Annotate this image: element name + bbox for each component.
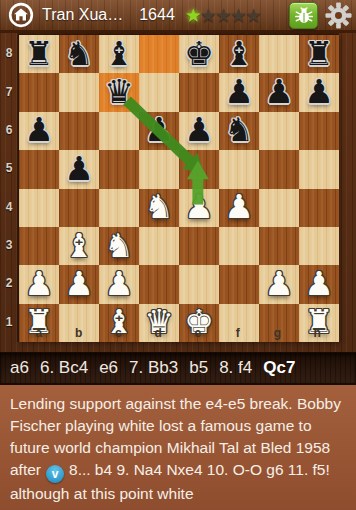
move-item[interactable]: 8. f4	[219, 358, 252, 378]
piece-black-knight: ♞	[224, 113, 254, 146]
piece-white-pawn: ♟	[264, 267, 294, 300]
square-g3[interactable]	[259, 227, 299, 265]
piece-black-pawn: ♟	[304, 75, 334, 108]
top-bar: Tran Xua… 1644 ★★★★★	[0, 0, 356, 30]
piece-white-pawn: ♟	[184, 190, 214, 223]
square-c6[interactable]	[99, 112, 139, 150]
file-label-h: h	[297, 327, 337, 340]
square-e4[interactable]: ♟	[179, 189, 219, 227]
piece-black-king: ♚	[184, 37, 214, 70]
square-h7[interactable]: ♟	[299, 73, 339, 111]
chess-board[interactable]: ♜♞♝♚♝♜♛♟♟♟♟♟♟♞♟♞♟♟♝♞♟♟♟♟♟♜♝♛♚♜abcdefgh	[18, 34, 338, 341]
player-rating: 1644	[139, 6, 175, 24]
square-g4[interactable]	[259, 189, 299, 227]
piece-black-pawn: ♟	[224, 75, 254, 108]
gear-icon	[325, 2, 352, 29]
square-b5[interactable]: ♟	[59, 150, 99, 188]
square-f3[interactable]	[219, 227, 259, 265]
move-list-bar[interactable]: a66. Bc4e67. Bb3b58. f4Qc7	[0, 352, 356, 385]
rank-label-4: 4	[0, 200, 18, 214]
square-a6[interactable]: ♟	[19, 112, 59, 150]
square-h4[interactable]	[299, 189, 339, 227]
piece-black-pawn: ♟	[144, 113, 174, 146]
square-b3[interactable]: ♝	[59, 227, 99, 265]
square-h2[interactable]: ♟	[299, 265, 339, 303]
rank-label-1: 1	[0, 315, 18, 329]
square-c8[interactable]: ♝	[99, 35, 139, 73]
square-b6[interactable]	[59, 112, 99, 150]
piece-black-queen: ♛	[104, 75, 134, 108]
star-empty-icon: ★	[200, 4, 215, 26]
difficulty-stars[interactable]: ★★★★★	[185, 6, 260, 25]
square-d4[interactable]: ♞	[139, 189, 179, 227]
piece-black-pawn: ♟	[264, 75, 294, 108]
rank-label-6: 6	[0, 123, 18, 137]
square-g2[interactable]: ♟	[259, 265, 299, 303]
file-label-g: g	[258, 327, 298, 340]
file-labels: abcdefgh	[19, 327, 337, 340]
square-a7[interactable]	[19, 73, 59, 111]
rank-labels: 87654321	[0, 34, 18, 341]
piece-white-pawn: ♟	[224, 190, 254, 223]
square-d2[interactable]	[139, 265, 179, 303]
rank-label-5: 5	[0, 161, 18, 175]
star-empty-icon: ★	[245, 4, 260, 26]
square-f8[interactable]: ♝	[219, 35, 259, 73]
square-e7[interactable]	[179, 73, 219, 111]
piece-black-pawn: ♟	[24, 113, 54, 146]
home-icon[interactable]	[8, 2, 34, 28]
square-f7[interactable]: ♟	[219, 73, 259, 111]
square-c7[interactable]: ♛	[99, 73, 139, 111]
piece-black-pawn: ♟	[184, 113, 214, 146]
piece-white-pawn: ♟	[24, 267, 54, 300]
analysis-bug-button[interactable]	[289, 2, 318, 29]
file-label-f: f	[218, 327, 258, 340]
rank-label-7: 7	[0, 85, 18, 99]
move-item[interactable]: a6	[10, 358, 29, 378]
square-a5[interactable]	[19, 150, 59, 188]
piece-white-knight: ♞	[144, 190, 174, 223]
square-f4[interactable]: ♟	[219, 189, 259, 227]
move-item[interactable]: 6. Bc4	[40, 358, 88, 378]
square-a4[interactable]	[19, 189, 59, 227]
file-label-c: c	[99, 327, 139, 340]
square-e6[interactable]: ♟	[179, 112, 219, 150]
settings-button[interactable]	[324, 1, 352, 29]
square-a2[interactable]: ♟	[19, 265, 59, 303]
piece-black-knight: ♞	[64, 37, 94, 70]
star-filled-icon: ★	[185, 4, 200, 26]
square-c2[interactable]: ♟	[99, 265, 139, 303]
square-g6[interactable]	[259, 112, 299, 150]
square-h6[interactable]	[299, 112, 339, 150]
square-d8[interactable]	[139, 35, 179, 73]
square-f6[interactable]: ♞	[219, 112, 259, 150]
piece-white-knight: ♞	[104, 229, 134, 262]
star-empty-icon: ★	[230, 4, 245, 26]
square-e5[interactable]	[179, 150, 219, 188]
square-d5[interactable]	[139, 150, 179, 188]
square-g7[interactable]: ♟	[259, 73, 299, 111]
piece-white-pawn: ♟	[104, 267, 134, 300]
move-item[interactable]: e6	[99, 358, 118, 378]
move-item[interactable]: 7. Bb3	[129, 358, 178, 378]
square-b7[interactable]	[59, 73, 99, 111]
piece-black-rook: ♜	[304, 37, 334, 70]
bug-icon	[292, 4, 316, 27]
square-d7[interactable]	[139, 73, 179, 111]
square-c3[interactable]: ♞	[99, 227, 139, 265]
square-f2[interactable]	[219, 265, 259, 303]
square-h5[interactable]	[299, 150, 339, 188]
piece-white-bishop: ♝	[64, 229, 94, 262]
move-item[interactable]: Qc7	[263, 358, 295, 378]
move-item[interactable]: b5	[189, 358, 208, 378]
square-c4[interactable]	[99, 189, 139, 227]
rank-label-3: 3	[0, 238, 18, 252]
square-b8[interactable]: ♞	[59, 35, 99, 73]
file-label-d: d	[138, 327, 178, 340]
star-empty-icon: ★	[215, 4, 230, 26]
square-g8[interactable]	[259, 35, 299, 73]
piece-black-rook: ♜	[24, 37, 54, 70]
square-e2[interactable]	[179, 265, 219, 303]
commentary-panel: Lending support against the e4-e5 break.…	[0, 385, 356, 510]
board-frame: 87654321 ♜♞♝♚♝♜♛♟♟♟♟♟♟♞♟♞♟♟♝♞♟♟♟♟♟♜♝♛♚♜a…	[0, 30, 356, 352]
square-h8[interactable]: ♜	[299, 35, 339, 73]
piece-white-pawn: ♟	[64, 267, 94, 300]
piece-black-bishop: ♝	[224, 37, 254, 70]
rank-label-2: 2	[0, 276, 18, 290]
player-name[interactable]: Tran Xua…	[42, 6, 123, 24]
square-e8[interactable]: ♚	[179, 35, 219, 73]
square-b2[interactable]: ♟	[59, 265, 99, 303]
square-a3[interactable]	[19, 227, 59, 265]
piece-black-pawn: ♟	[64, 152, 94, 185]
square-e3[interactable]	[179, 227, 219, 265]
piece-white-pawn: ♟	[304, 267, 334, 300]
square-g5[interactable]	[259, 150, 299, 188]
square-h3[interactable]	[299, 227, 339, 265]
rank-label-8: 8	[0, 46, 18, 60]
square-f5[interactable]	[219, 150, 259, 188]
square-a8[interactable]: ♜	[19, 35, 59, 73]
square-d3[interactable]	[139, 227, 179, 265]
file-label-a: a	[19, 327, 59, 340]
square-c5[interactable]	[99, 150, 139, 188]
variation-icon[interactable]: v	[46, 465, 64, 483]
square-b4[interactable]	[59, 189, 99, 227]
square-d6[interactable]: ♟	[139, 112, 179, 150]
chess-app: Tran Xua… 1644 ★★★★★	[0, 0, 356, 510]
file-label-e: e	[178, 327, 218, 340]
file-label-b: b	[59, 327, 99, 340]
piece-black-bishop: ♝	[104, 37, 134, 70]
